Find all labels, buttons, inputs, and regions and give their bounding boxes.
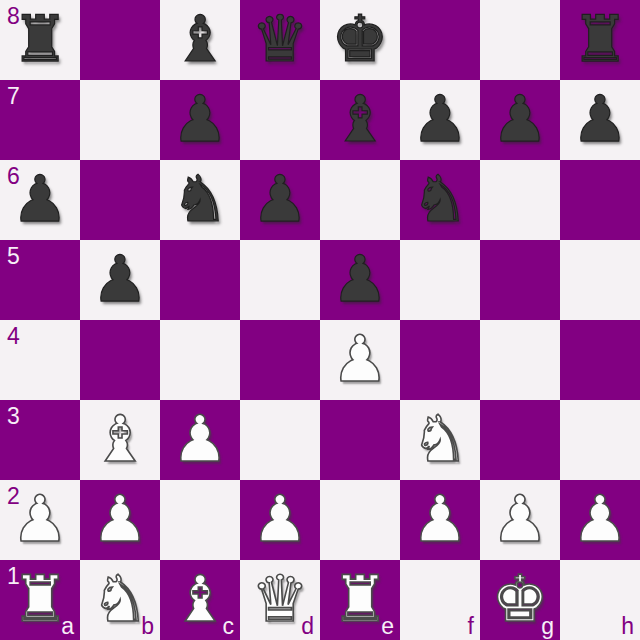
square-b4[interactable] bbox=[80, 320, 160, 400]
square-g7[interactable]: ♟ bbox=[480, 80, 560, 160]
black-pawn[interactable]: ♟ bbox=[560, 80, 640, 160]
rank-label-4: 4 bbox=[7, 325, 20, 348]
white-pawn[interactable]: ♟ bbox=[240, 480, 320, 560]
square-d1[interactable]: d♛ bbox=[240, 560, 320, 640]
square-e3[interactable] bbox=[320, 400, 400, 480]
square-g4[interactable] bbox=[480, 320, 560, 400]
square-g1[interactable]: g♚ bbox=[480, 560, 560, 640]
file-label-f: f bbox=[468, 615, 474, 638]
square-h3[interactable] bbox=[560, 400, 640, 480]
white-pawn[interactable]: ♟ bbox=[320, 320, 400, 400]
square-e1[interactable]: e♜ bbox=[320, 560, 400, 640]
square-h4[interactable] bbox=[560, 320, 640, 400]
square-f2[interactable]: ♟ bbox=[400, 480, 480, 560]
square-d6[interactable]: ♟ bbox=[240, 160, 320, 240]
square-e6[interactable] bbox=[320, 160, 400, 240]
white-rook[interactable]: ♜ bbox=[320, 560, 400, 640]
square-f7[interactable]: ♟ bbox=[400, 80, 480, 160]
square-d2[interactable]: ♟ bbox=[240, 480, 320, 560]
square-c2[interactable] bbox=[160, 480, 240, 560]
square-a3[interactable]: 3 bbox=[0, 400, 80, 480]
black-pawn[interactable]: ♟ bbox=[400, 80, 480, 160]
white-queen[interactable]: ♛ bbox=[240, 560, 320, 640]
square-a6[interactable]: 6♟ bbox=[0, 160, 80, 240]
square-a7[interactable]: 7 bbox=[0, 80, 80, 160]
square-b5[interactable]: ♟ bbox=[80, 240, 160, 320]
white-bishop[interactable]: ♝ bbox=[160, 560, 240, 640]
square-g6[interactable] bbox=[480, 160, 560, 240]
square-f6[interactable]: ♞ bbox=[400, 160, 480, 240]
white-pawn[interactable]: ♟ bbox=[0, 480, 80, 560]
square-a8[interactable]: 8♜ bbox=[0, 0, 80, 80]
square-d5[interactable] bbox=[240, 240, 320, 320]
black-knight[interactable]: ♞ bbox=[400, 160, 480, 240]
square-d3[interactable] bbox=[240, 400, 320, 480]
square-h2[interactable]: ♟ bbox=[560, 480, 640, 560]
white-knight[interactable]: ♞ bbox=[80, 560, 160, 640]
white-pawn[interactable]: ♟ bbox=[480, 480, 560, 560]
white-knight[interactable]: ♞ bbox=[400, 400, 480, 480]
square-c5[interactable] bbox=[160, 240, 240, 320]
black-bishop[interactable]: ♝ bbox=[320, 80, 400, 160]
square-b1[interactable]: b♞ bbox=[80, 560, 160, 640]
chess-board: 8♜♝♛♚♜7♟♝♟♟♟6♟♞♟♞5♟♟4♟3♝♟♞2♟♟♟♟♟♟1a♜b♞c♝… bbox=[0, 0, 640, 640]
square-b6[interactable] bbox=[80, 160, 160, 240]
square-g2[interactable]: ♟ bbox=[480, 480, 560, 560]
square-d4[interactable] bbox=[240, 320, 320, 400]
black-king[interactable]: ♚ bbox=[320, 0, 400, 80]
white-rook[interactable]: ♜ bbox=[0, 560, 80, 640]
white-pawn[interactable]: ♟ bbox=[80, 480, 160, 560]
square-d7[interactable] bbox=[240, 80, 320, 160]
black-pawn[interactable]: ♟ bbox=[480, 80, 560, 160]
black-rook[interactable]: ♜ bbox=[560, 0, 640, 80]
square-c3[interactable]: ♟ bbox=[160, 400, 240, 480]
square-c6[interactable]: ♞ bbox=[160, 160, 240, 240]
square-b8[interactable] bbox=[80, 0, 160, 80]
square-a2[interactable]: 2♟ bbox=[0, 480, 80, 560]
file-label-h: h bbox=[621, 615, 634, 638]
square-a4[interactable]: 4 bbox=[0, 320, 80, 400]
square-c8[interactable]: ♝ bbox=[160, 0, 240, 80]
square-a1[interactable]: 1a♜ bbox=[0, 560, 80, 640]
square-b3[interactable]: ♝ bbox=[80, 400, 160, 480]
white-pawn[interactable]: ♟ bbox=[400, 480, 480, 560]
square-h6[interactable] bbox=[560, 160, 640, 240]
square-h5[interactable] bbox=[560, 240, 640, 320]
square-e7[interactable]: ♝ bbox=[320, 80, 400, 160]
square-g3[interactable] bbox=[480, 400, 560, 480]
square-c4[interactable] bbox=[160, 320, 240, 400]
square-f1[interactable]: f bbox=[400, 560, 480, 640]
white-pawn[interactable]: ♟ bbox=[560, 480, 640, 560]
white-king[interactable]: ♚ bbox=[480, 560, 560, 640]
black-queen[interactable]: ♛ bbox=[240, 0, 320, 80]
black-pawn[interactable]: ♟ bbox=[80, 240, 160, 320]
rank-label-7: 7 bbox=[7, 85, 20, 108]
square-g8[interactable] bbox=[480, 0, 560, 80]
square-c7[interactable]: ♟ bbox=[160, 80, 240, 160]
square-c1[interactable]: c♝ bbox=[160, 560, 240, 640]
square-d8[interactable]: ♛ bbox=[240, 0, 320, 80]
square-e5[interactable]: ♟ bbox=[320, 240, 400, 320]
square-f5[interactable] bbox=[400, 240, 480, 320]
square-e2[interactable] bbox=[320, 480, 400, 560]
square-e4[interactable]: ♟ bbox=[320, 320, 400, 400]
square-h7[interactable]: ♟ bbox=[560, 80, 640, 160]
black-pawn[interactable]: ♟ bbox=[0, 160, 80, 240]
square-g5[interactable] bbox=[480, 240, 560, 320]
square-f4[interactable] bbox=[400, 320, 480, 400]
square-h8[interactable]: ♜ bbox=[560, 0, 640, 80]
square-f8[interactable] bbox=[400, 0, 480, 80]
black-rook[interactable]: ♜ bbox=[0, 0, 80, 80]
white-pawn[interactable]: ♟ bbox=[160, 400, 240, 480]
square-h1[interactable]: h bbox=[560, 560, 640, 640]
white-bishop[interactable]: ♝ bbox=[80, 400, 160, 480]
square-a5[interactable]: 5 bbox=[0, 240, 80, 320]
rank-label-3: 3 bbox=[7, 405, 20, 428]
black-pawn[interactable]: ♟ bbox=[240, 160, 320, 240]
square-f3[interactable]: ♞ bbox=[400, 400, 480, 480]
square-e8[interactable]: ♚ bbox=[320, 0, 400, 80]
square-b7[interactable] bbox=[80, 80, 160, 160]
rank-label-5: 5 bbox=[7, 245, 20, 268]
black-pawn[interactable]: ♟ bbox=[160, 80, 240, 160]
square-b2[interactable]: ♟ bbox=[80, 480, 160, 560]
black-pawn[interactable]: ♟ bbox=[320, 240, 400, 320]
black-bishop[interactable]: ♝ bbox=[160, 0, 240, 80]
black-knight[interactable]: ♞ bbox=[160, 160, 240, 240]
